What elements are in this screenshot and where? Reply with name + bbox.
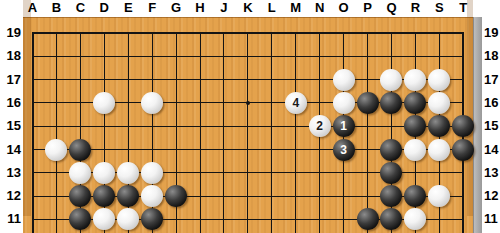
white-stone-B14[interactable] (45, 139, 67, 161)
row-label-right-15: 15 (484, 118, 500, 134)
row-label-right-13: 13 (484, 165, 500, 181)
col-label-Q: Q (379, 0, 403, 16)
col-label-H: H (188, 0, 212, 16)
grid-row-19 (32, 32, 465, 34)
row-label-left-15: 15 (0, 118, 22, 134)
col-label-N: N (308, 0, 332, 16)
col-label-A: A (21, 0, 45, 16)
white-stone-F13[interactable] (141, 162, 163, 184)
col-label-B: B (44, 0, 68, 16)
black-stone-P11[interactable] (357, 208, 379, 230)
move-number-3: 3 (333, 139, 355, 161)
black-stone-T14[interactable] (452, 139, 474, 161)
white-stone-F16[interactable] (141, 92, 163, 114)
row-label-right-18: 18 (484, 48, 500, 64)
white-stone-O16[interactable] (333, 92, 355, 114)
row-label-left-17: 17 (0, 72, 22, 88)
black-stone-G12[interactable] (165, 185, 187, 207)
white-stone-O17[interactable] (333, 69, 355, 91)
white-stone-R14[interactable] (404, 139, 426, 161)
white-stone-M16[interactable]: 4 (285, 92, 307, 114)
white-stone-C13[interactable] (69, 162, 91, 184)
grid-row-18 (32, 56, 465, 57)
white-stone-D16[interactable] (93, 92, 115, 114)
white-stone-R17[interactable] (404, 69, 426, 91)
row-label-left-18: 18 (0, 48, 22, 64)
grid-col-L (271, 33, 272, 233)
star-point-K16 (246, 101, 250, 105)
black-stone-O14[interactable]: 3 (333, 139, 355, 161)
goban-panel: ABCDEFGHJKLMNOPQRST 191817161514131211 1… (0, 0, 500, 233)
grid-col-M (295, 33, 296, 233)
row-label-left-11: 11 (0, 211, 22, 227)
board-edge-strip (473, 17, 482, 233)
white-stone-D13[interactable] (93, 162, 115, 184)
row-label-right-17: 17 (484, 72, 500, 88)
white-stone-S14[interactable] (428, 139, 450, 161)
grid-col-K (247, 33, 248, 233)
move-number-2: 2 (309, 115, 331, 137)
white-stone-N15[interactable]: 2 (309, 115, 331, 137)
col-label-P: P (356, 0, 380, 16)
move-number-4: 4 (285, 92, 307, 114)
grid-col-J (223, 33, 224, 233)
col-label-R: R (403, 0, 427, 16)
grid-row-15 (32, 126, 465, 127)
grid-col-B (56, 33, 57, 233)
black-stone-P16[interactable] (357, 92, 379, 114)
row-label-left-13: 13 (0, 165, 22, 181)
col-label-E: E (116, 0, 140, 16)
row-label-right-16: 16 (484, 95, 500, 111)
black-stone-C14[interactable] (69, 139, 91, 161)
white-stone-Q17[interactable] (380, 69, 402, 91)
black-stone-O15[interactable]: 1 (333, 115, 355, 137)
col-label-L: L (260, 0, 284, 16)
row-label-left-12: 12 (0, 188, 22, 204)
row-label-left-19: 19 (0, 25, 22, 41)
col-label-J: J (212, 0, 236, 16)
row-label-right-19: 19 (484, 25, 500, 41)
row-label-right-11: 11 (484, 211, 500, 227)
black-stone-Q14[interactable] (380, 139, 402, 161)
col-label-T: T (451, 0, 475, 16)
row-label-left-14: 14 (0, 142, 22, 158)
grid-col-A (32, 33, 34, 233)
grid-col-P (367, 33, 368, 233)
white-stone-E13[interactable] (117, 162, 139, 184)
col-label-C: C (68, 0, 92, 16)
col-label-K: K (236, 0, 260, 16)
col-label-M: M (284, 0, 308, 16)
col-label-F: F (140, 0, 164, 16)
col-label-G: G (164, 0, 188, 16)
col-label-O: O (332, 0, 356, 16)
white-stone-S17[interactable] (428, 69, 450, 91)
move-number-1: 1 (333, 115, 355, 137)
col-label-S: S (427, 0, 451, 16)
row-label-left-16: 16 (0, 95, 22, 111)
grid-col-H (200, 33, 201, 233)
col-label-D: D (92, 0, 116, 16)
row-label-right-14: 14 (484, 142, 500, 158)
row-label-right-12: 12 (484, 188, 500, 204)
